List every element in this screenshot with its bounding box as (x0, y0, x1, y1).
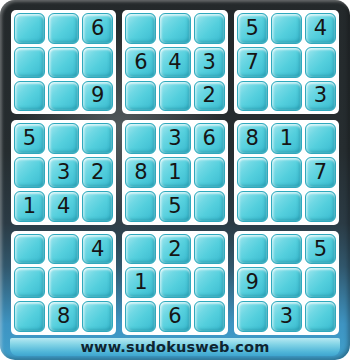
cell-r8c7[interactable]: 9 (237, 267, 268, 298)
box-5: 36815 (122, 120, 227, 224)
cell-r9c2[interactable]: 8 (48, 301, 79, 332)
cell-r3c3[interactable]: 9 (82, 81, 113, 112)
cell-r6c4[interactable] (125, 191, 156, 222)
cell-r8c5[interactable] (159, 267, 190, 298)
cell-r8c3[interactable] (82, 267, 113, 298)
box-1: 69 (11, 10, 116, 114)
cell-r4c3[interactable] (82, 123, 113, 154)
box-2: 6432 (122, 10, 227, 114)
cell-r1c5[interactable] (159, 13, 190, 44)
box-8: 216 (122, 231, 227, 335)
cell-r5c7[interactable] (237, 157, 268, 188)
cell-r8c4[interactable]: 1 (125, 267, 156, 298)
cell-r7c1[interactable] (14, 234, 45, 265)
cell-r6c1[interactable]: 1 (14, 191, 45, 222)
cell-r3c1[interactable] (14, 81, 45, 112)
sudoku-grid: 6964325473532143681581748216593 (11, 10, 339, 335)
cell-r1c7[interactable]: 5 (237, 13, 268, 44)
cell-r7c7[interactable] (237, 234, 268, 265)
box-7: 48 (11, 231, 116, 335)
cell-r3c8[interactable] (271, 81, 302, 112)
cell-r4c9[interactable] (305, 123, 336, 154)
cell-r9c4[interactable] (125, 301, 156, 332)
cell-r7c2[interactable] (48, 234, 79, 265)
cell-r3c6[interactable]: 2 (194, 81, 225, 112)
cell-r1c8[interactable] (271, 13, 302, 44)
cell-r1c4[interactable] (125, 13, 156, 44)
cell-r2c8[interactable] (271, 47, 302, 78)
cell-r1c2[interactable] (48, 13, 79, 44)
cell-r8c2[interactable] (48, 267, 79, 298)
cell-r1c1[interactable] (14, 13, 45, 44)
cell-r9c3[interactable] (82, 301, 113, 332)
cell-r3c4[interactable] (125, 81, 156, 112)
cell-r5c1[interactable] (14, 157, 45, 188)
cell-r4c8[interactable]: 1 (271, 123, 302, 154)
cell-r7c6[interactable] (194, 234, 225, 265)
cell-r6c5[interactable]: 5 (159, 191, 190, 222)
cell-r7c3[interactable]: 4 (82, 234, 113, 265)
cell-r9c6[interactable] (194, 301, 225, 332)
box-9: 593 (234, 231, 339, 335)
cell-r6c8[interactable] (271, 191, 302, 222)
cell-r4c1[interactable]: 5 (14, 123, 45, 154)
cell-r5c5[interactable]: 1 (159, 157, 190, 188)
cell-r3c7[interactable] (237, 81, 268, 112)
cell-r4c5[interactable]: 3 (159, 123, 190, 154)
cell-r6c3[interactable] (82, 191, 113, 222)
cell-r5c8[interactable] (271, 157, 302, 188)
cell-r7c8[interactable] (271, 234, 302, 265)
cell-r5c4[interactable]: 8 (125, 157, 156, 188)
cell-r6c9[interactable] (305, 191, 336, 222)
box-6: 817 (234, 120, 339, 224)
cell-r9c1[interactable] (14, 301, 45, 332)
cell-r5c6[interactable] (194, 157, 225, 188)
cell-r8c6[interactable] (194, 267, 225, 298)
cell-r9c5[interactable]: 6 (159, 301, 190, 332)
cell-r9c8[interactable]: 3 (271, 301, 302, 332)
cell-r8c9[interactable] (305, 267, 336, 298)
cell-r6c2[interactable]: 4 (48, 191, 79, 222)
cell-r3c2[interactable] (48, 81, 79, 112)
cell-r8c1[interactable] (14, 267, 45, 298)
box-4: 53214 (11, 120, 116, 224)
cell-r8c8[interactable] (271, 267, 302, 298)
cell-r5c9[interactable]: 7 (305, 157, 336, 188)
cell-r6c7[interactable] (237, 191, 268, 222)
cell-r5c3[interactable]: 2 (82, 157, 113, 188)
sudoku-board-frame: 6964325473532143681581748216593 www.sudo… (0, 0, 350, 360)
cell-r4c4[interactable] (125, 123, 156, 154)
cell-r7c4[interactable] (125, 234, 156, 265)
cell-r4c7[interactable]: 8 (237, 123, 268, 154)
cell-r2c5[interactable]: 4 (159, 47, 190, 78)
cell-r2c2[interactable] (48, 47, 79, 78)
box-3: 5473 (234, 10, 339, 114)
cell-r9c7[interactable] (237, 301, 268, 332)
cell-r2c3[interactable] (82, 47, 113, 78)
cell-r4c6[interactable]: 6 (194, 123, 225, 154)
footer-band: www.sudokusweb.com (10, 338, 340, 356)
cell-r2c9[interactable] (305, 47, 336, 78)
cell-r3c5[interactable] (159, 81, 190, 112)
cell-r2c1[interactable] (14, 47, 45, 78)
cell-r2c6[interactable]: 3 (194, 47, 225, 78)
cell-r5c2[interactable]: 3 (48, 157, 79, 188)
cell-r2c4[interactable]: 6 (125, 47, 156, 78)
cell-r3c9[interactable]: 3 (305, 81, 336, 112)
cell-r7c9[interactable]: 5 (305, 234, 336, 265)
cell-r2c7[interactable]: 7 (237, 47, 268, 78)
cell-r4c2[interactable] (48, 123, 79, 154)
site-url: www.sudokusweb.com (80, 339, 269, 355)
cell-r1c3[interactable]: 6 (82, 13, 113, 44)
cell-r1c9[interactable]: 4 (305, 13, 336, 44)
cell-r7c5[interactable]: 2 (159, 234, 190, 265)
cell-r1c6[interactable] (194, 13, 225, 44)
cell-r9c9[interactable] (305, 301, 336, 332)
cell-r6c6[interactable] (194, 191, 225, 222)
